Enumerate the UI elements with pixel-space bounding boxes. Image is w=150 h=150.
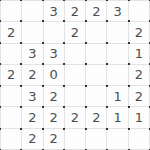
slitherlink-board: 32232223312202321222221122 [0, 0, 150, 150]
cell-r3c5[interactable] [86, 44, 107, 65]
cell-r6c7[interactable]: 1 [129, 107, 150, 128]
cell-r7c7[interactable] [129, 129, 150, 150]
cell-r2c7[interactable]: 2 [129, 22, 150, 43]
cell-r7c3[interactable]: 2 [44, 129, 65, 150]
clue-number: 3 [28, 47, 36, 60]
clue-number: 2 [50, 132, 58, 145]
clue-number: 2 [28, 111, 36, 124]
cell-r6c6[interactable]: 1 [107, 107, 128, 128]
cell-r3c7[interactable]: 1 [129, 44, 150, 65]
cell-r1c7[interactable] [129, 1, 150, 22]
cell-r5c6[interactable]: 1 [107, 86, 128, 107]
cell-r5c7[interactable]: 2 [129, 86, 150, 107]
cell-r4c7[interactable]: 2 [129, 65, 150, 86]
cell-r1c1[interactable] [1, 1, 22, 22]
cell-r5c5[interactable] [86, 86, 107, 107]
cell-r6c1[interactable] [1, 107, 22, 128]
cell-r7c5[interactable] [86, 129, 107, 150]
clue-number: 2 [71, 111, 79, 124]
clue-number: 2 [71, 5, 79, 18]
clue-number: 2 [7, 68, 15, 81]
cell-r2c3[interactable] [44, 22, 65, 43]
cell-r7c1[interactable] [1, 129, 22, 150]
clue-number: 2 [50, 111, 58, 124]
clue-number: 2 [135, 90, 143, 103]
clue-number: 1 [135, 111, 143, 124]
cell-r5c3[interactable]: 2 [44, 86, 65, 107]
cell-r2c4[interactable]: 2 [65, 22, 86, 43]
clue-number: 2 [7, 26, 15, 39]
clue-number: 2 [135, 68, 143, 81]
cell-r1c6[interactable]: 3 [107, 1, 128, 22]
cell-r4c5[interactable] [86, 65, 107, 86]
clue-number: 3 [50, 5, 58, 18]
cell-r2c2[interactable] [22, 22, 43, 43]
cell-r3c3[interactable]: 3 [44, 44, 65, 65]
clue-number: 2 [92, 5, 100, 18]
clue-number: 2 [28, 132, 36, 145]
cell-r2c5[interactable] [86, 22, 107, 43]
cell-r6c3[interactable]: 2 [44, 107, 65, 128]
cell-r6c2[interactable]: 2 [22, 107, 43, 128]
cell-r5c1[interactable] [1, 86, 22, 107]
cell-r3c4[interactable] [65, 44, 86, 65]
clue-number: 3 [50, 47, 58, 60]
cell-r4c3[interactable]: 0 [44, 65, 65, 86]
cell-r1c2[interactable] [22, 1, 43, 22]
clue-number: 0 [50, 68, 58, 81]
cell-r1c4[interactable]: 2 [65, 1, 86, 22]
clue-number: 1 [113, 111, 121, 124]
clue-number: 2 [135, 26, 143, 39]
cell-r3c6[interactable] [107, 44, 128, 65]
cell-r3c2[interactable]: 3 [22, 44, 43, 65]
cell-r4c4[interactable] [65, 65, 86, 86]
cell-r2c1[interactable]: 2 [1, 22, 22, 43]
cell-r7c2[interactable]: 2 [22, 129, 43, 150]
clue-number: 3 [28, 90, 36, 103]
cell-r1c3[interactable]: 3 [44, 1, 65, 22]
cell-r5c2[interactable]: 3 [22, 86, 43, 107]
cell-r6c4[interactable]: 2 [65, 107, 86, 128]
cell-r4c1[interactable]: 2 [1, 65, 22, 86]
board-cells: 32232223312202321222221122 [0, 0, 150, 150]
cell-r7c4[interactable] [65, 129, 86, 150]
clue-number: 2 [50, 90, 58, 103]
cell-r5c4[interactable] [65, 86, 86, 107]
clue-number: 1 [135, 47, 143, 60]
cell-r4c6[interactable] [107, 65, 128, 86]
cell-r6c5[interactable]: 2 [86, 107, 107, 128]
clue-number: 1 [113, 90, 121, 103]
cell-r2c6[interactable] [107, 22, 128, 43]
cell-r4c2[interactable]: 2 [22, 65, 43, 86]
cell-r7c6[interactable] [107, 129, 128, 150]
clue-number: 2 [92, 111, 100, 124]
clue-number: 3 [113, 5, 121, 18]
cell-r3c1[interactable] [1, 44, 22, 65]
cell-r1c5[interactable]: 2 [86, 1, 107, 22]
clue-number: 2 [71, 26, 79, 39]
clue-number: 2 [28, 68, 36, 81]
